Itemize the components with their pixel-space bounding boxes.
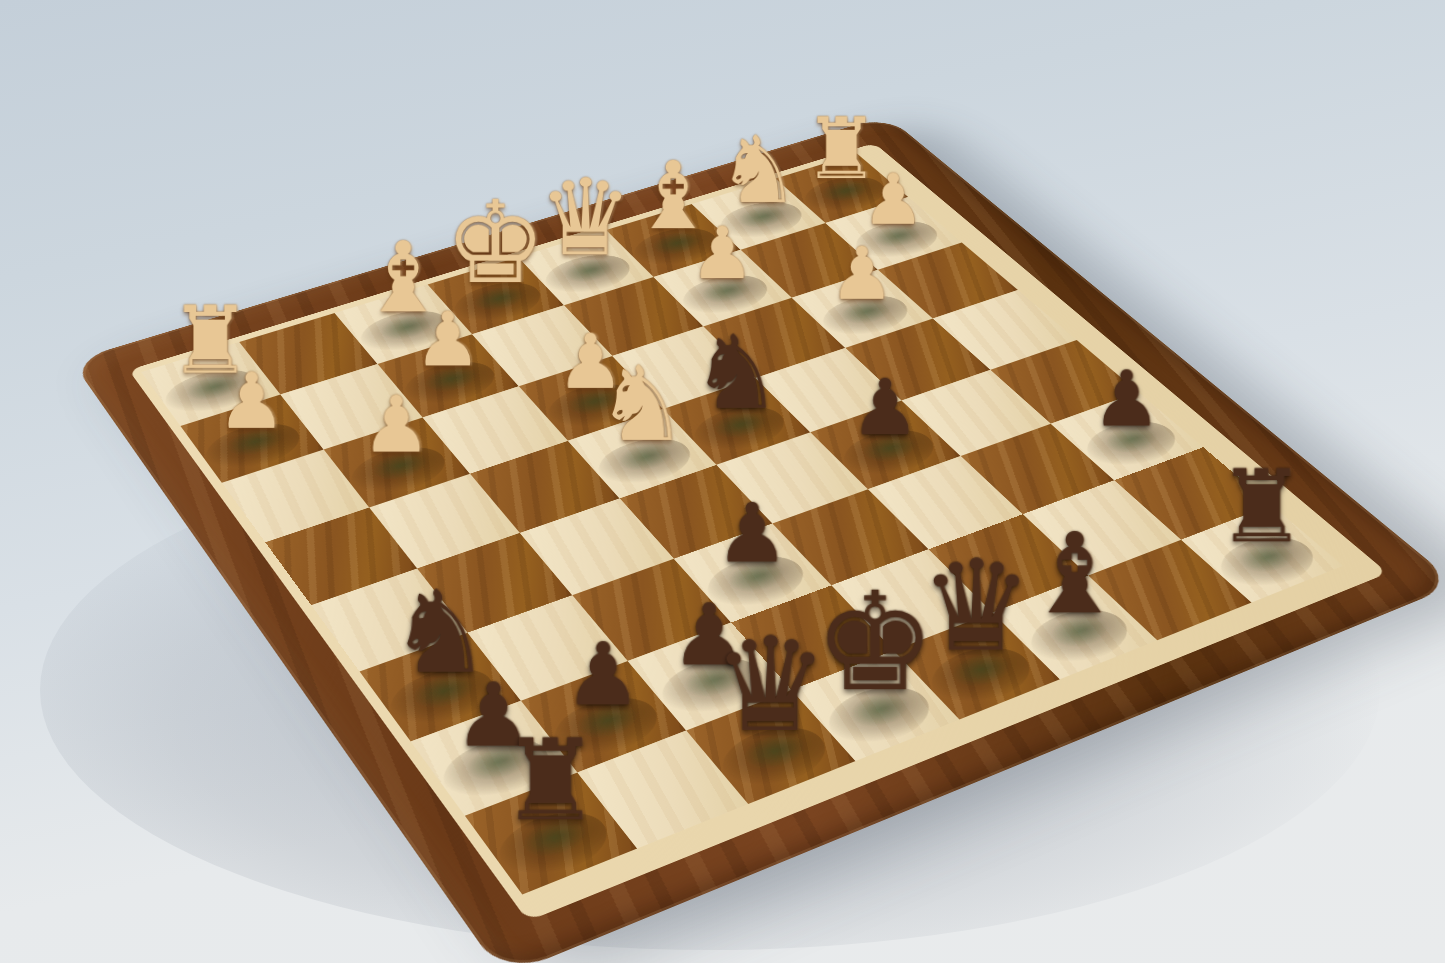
- black-rook-glyph-icon: ♜: [1216, 460, 1306, 553]
- piece-white-pawn[interactable]: ♟: [177, 270, 325, 438]
- square-a8[interactable]: ♜: [1181, 505, 1343, 602]
- piece-black-rook[interactable]: ♜: [1184, 376, 1340, 552]
- black-queen-glyph-icon: ♛: [712, 626, 829, 746]
- piece-black-pawn[interactable]: ♟: [1052, 268, 1200, 436]
- piece-black-queen[interactable]: ♛: [686, 555, 854, 746]
- piece-black-rook[interactable]: ♜: [463, 635, 637, 832]
- photo-stage: ♜♝♚♛♝♞♜♟♟♟♟♟♟♟♞♞♟♞♟♟♟♟♟♜♛♚♛♝♜: [0, 0, 1445, 963]
- piece-white-pawn[interactable]: ♟: [321, 292, 471, 462]
- black-pawn-glyph-icon: ♟: [1092, 365, 1161, 436]
- black-pawn-glyph-icon: ♟: [850, 373, 919, 444]
- white-pawn-glyph-icon: ♟: [361, 390, 431, 462]
- square-h8[interactable]: ♜: [465, 772, 637, 894]
- black-rook-glyph-icon: ♜: [500, 728, 601, 832]
- white-pawn-glyph-icon: ♟: [217, 367, 286, 438]
- piece-black-pawn[interactable]: ♟: [811, 276, 959, 444]
